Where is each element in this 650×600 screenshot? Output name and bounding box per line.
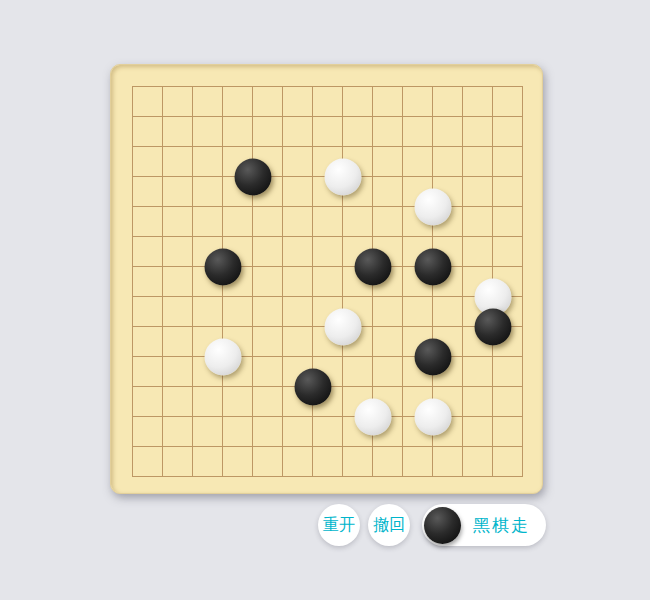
stone-white: [324, 308, 361, 345]
stones-layer: [132, 86, 523, 477]
stone-white: [354, 398, 391, 435]
stone-black: [204, 248, 241, 285]
stone-white: [414, 188, 451, 225]
stone-white: [204, 338, 241, 375]
black-stone-icon: [424, 507, 461, 544]
stone-white: [324, 158, 361, 195]
stone-black: [414, 248, 451, 285]
stone-black: [234, 158, 271, 195]
stone-white: [414, 398, 451, 435]
gomoku-app: 重开 撤回 黑棋走: [0, 0, 650, 600]
turn-indicator: 黑棋走: [422, 504, 546, 546]
undo-button[interactable]: 撤回: [368, 504, 410, 546]
restart-button[interactable]: 重开: [318, 504, 360, 546]
stone-black: [354, 248, 391, 285]
stone-black: [294, 368, 331, 405]
stone-black: [474, 308, 511, 345]
turn-label: 黑棋走: [473, 514, 530, 537]
gomoku-board[interactable]: [110, 64, 543, 494]
stone-black: [414, 338, 451, 375]
